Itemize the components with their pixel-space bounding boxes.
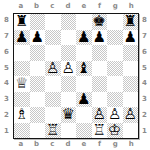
square-b1[interactable]	[30, 123, 46, 139]
rank-label-4: 4	[0, 76, 13, 92]
square-h1[interactable]	[123, 123, 139, 139]
square-c8[interactable]	[45, 14, 61, 30]
square-b3[interactable]	[30, 92, 46, 108]
black-pawn-icon: ♟	[15, 30, 28, 46]
square-f4[interactable]	[92, 76, 108, 92]
white-rook-icon: ♖	[46, 123, 59, 139]
square-e3[interactable]: ♟	[76, 92, 92, 108]
square-e7[interactable]: ♟	[76, 30, 92, 46]
rank-label-2: 2	[139, 108, 150, 124]
square-b7[interactable]: ♟	[30, 30, 46, 46]
square-a8[interactable]: ♜	[14, 14, 30, 30]
file-labels-top: abcdefgh	[13, 0, 139, 13]
square-e6[interactable]	[76, 45, 92, 61]
square-g2[interactable]: ♙	[107, 107, 123, 123]
square-b2[interactable]	[30, 107, 46, 123]
file-label-a: a	[13, 0, 29, 13]
square-d1[interactable]	[61, 123, 77, 139]
white-queen-icon: ♕	[15, 76, 28, 92]
square-g8[interactable]	[107, 14, 123, 30]
rank-label-7: 7	[0, 29, 13, 45]
square-b8[interactable]	[30, 14, 46, 30]
rank-labels-left: 87654321	[0, 13, 13, 139]
square-g3[interactable]	[107, 92, 123, 108]
rank-label-5: 5	[139, 60, 150, 76]
square-a3[interactable]	[14, 92, 30, 108]
square-b4[interactable]	[30, 76, 46, 92]
square-b5[interactable]	[30, 61, 46, 77]
rank-label-6: 6	[139, 45, 150, 61]
square-d6[interactable]	[61, 45, 77, 61]
square-a1[interactable]	[14, 123, 30, 139]
square-c7[interactable]	[45, 30, 61, 46]
rank-label-3: 3	[139, 92, 150, 108]
square-c2[interactable]	[45, 107, 61, 123]
square-c3[interactable]	[45, 92, 61, 108]
square-g6[interactable]	[107, 45, 123, 61]
square-d5[interactable]: ♙	[61, 61, 77, 77]
black-rook-icon: ♜	[15, 14, 28, 30]
file-label-h: h	[123, 139, 139, 150]
black-pawn-icon: ♟	[124, 30, 137, 46]
file-label-f: f	[92, 0, 108, 13]
square-c4[interactable]	[45, 76, 61, 92]
black-pawn-icon: ♟	[31, 30, 44, 46]
square-e5[interactable]: ♝	[76, 61, 92, 77]
square-d7[interactable]	[61, 30, 77, 46]
square-g5[interactable]	[107, 61, 123, 77]
square-c6[interactable]	[45, 45, 61, 61]
file-label-f: f	[92, 139, 108, 150]
file-label-b: b	[29, 139, 45, 150]
square-f7[interactable]: ♟	[92, 30, 108, 46]
white-pawn-icon: ♙	[62, 61, 75, 77]
white-pawn-icon: ♙	[93, 107, 106, 123]
white-king-icon: ♔	[108, 123, 121, 139]
square-f8[interactable]: ♚	[92, 14, 108, 30]
square-f1[interactable]: ♖	[92, 123, 108, 139]
square-d4[interactable]	[61, 76, 77, 92]
rank-label-7: 7	[139, 29, 150, 45]
black-king-icon: ♚	[93, 14, 106, 30]
square-f6[interactable]	[92, 45, 108, 61]
rank-label-2: 2	[0, 108, 13, 124]
file-label-a: a	[13, 139, 29, 150]
square-a2[interactable]: ♗	[14, 107, 30, 123]
square-a5[interactable]	[14, 61, 30, 77]
square-g4[interactable]	[107, 76, 123, 92]
black-queen-icon: ♛	[62, 107, 75, 123]
chess-diagram: abcdefgh 87654321 ♜♚♜♟♟♟♟♟♙♙♝♕♟♗♛♙♙♙♖♖♔ …	[0, 0, 150, 150]
black-pawn-icon: ♟	[93, 30, 106, 46]
square-e1[interactable]	[76, 123, 92, 139]
square-c1[interactable]: ♖	[45, 123, 61, 139]
square-f3[interactable]	[92, 92, 108, 108]
file-label-g: g	[108, 0, 124, 13]
file-label-h: h	[123, 0, 139, 13]
black-pawn-icon: ♟	[77, 30, 90, 46]
square-h7[interactable]: ♟	[123, 30, 139, 46]
square-h5[interactable]	[123, 61, 139, 77]
rank-label-8: 8	[0, 13, 13, 29]
black-rook-icon: ♜	[124, 14, 137, 30]
rank-label-1: 1	[0, 123, 13, 139]
square-a7[interactable]: ♟	[14, 30, 30, 46]
square-g1[interactable]: ♔	[107, 123, 123, 139]
chess-board: ♜♚♜♟♟♟♟♟♙♙♝♕♟♗♛♙♙♙♖♖♔	[13, 13, 139, 139]
rank-label-6: 6	[0, 45, 13, 61]
rank-label-5: 5	[0, 60, 13, 76]
square-h8[interactable]: ♜	[123, 14, 139, 30]
square-b6[interactable]	[30, 45, 46, 61]
square-a4[interactable]: ♕	[14, 76, 30, 92]
rank-label-4: 4	[139, 76, 150, 92]
file-label-c: c	[45, 139, 61, 150]
rank-label-8: 8	[139, 13, 150, 29]
file-label-c: c	[45, 0, 61, 13]
file-label-d: d	[60, 139, 76, 150]
rank-label-1: 1	[139, 123, 150, 139]
file-label-e: e	[76, 139, 92, 150]
square-d2[interactable]: ♛	[61, 107, 77, 123]
square-f5[interactable]	[92, 61, 108, 77]
black-bishop-icon: ♝	[77, 61, 90, 77]
square-d3[interactable]	[61, 92, 77, 108]
square-e2[interactable]	[76, 107, 92, 123]
square-g7[interactable]	[107, 30, 123, 46]
file-label-d: d	[60, 0, 76, 13]
white-pawn-icon: ♙	[124, 107, 137, 123]
white-bishop-icon: ♗	[15, 107, 28, 123]
square-a6[interactable]	[14, 45, 30, 61]
file-labels-bottom: abcdefgh	[13, 139, 139, 150]
file-label-b: b	[29, 0, 45, 13]
square-c5[interactable]: ♙	[45, 61, 61, 77]
rank-labels-right: 87654321	[139, 13, 150, 139]
white-rook-icon: ♖	[93, 123, 106, 139]
black-pawn-icon: ♟	[77, 92, 90, 108]
square-d8[interactable]	[61, 14, 77, 30]
rank-label-3: 3	[0, 92, 13, 108]
white-pawn-icon: ♙	[108, 107, 121, 123]
square-h6[interactable]	[123, 45, 139, 61]
square-e4[interactable]	[76, 76, 92, 92]
white-pawn-icon: ♙	[46, 61, 59, 77]
square-f2[interactable]: ♙	[92, 107, 108, 123]
file-label-g: g	[108, 139, 124, 150]
square-h2[interactable]: ♙	[123, 107, 139, 123]
square-h4[interactable]	[123, 76, 139, 92]
square-e8[interactable]	[76, 14, 92, 30]
square-h3[interactable]	[123, 92, 139, 108]
file-label-e: e	[76, 0, 92, 13]
